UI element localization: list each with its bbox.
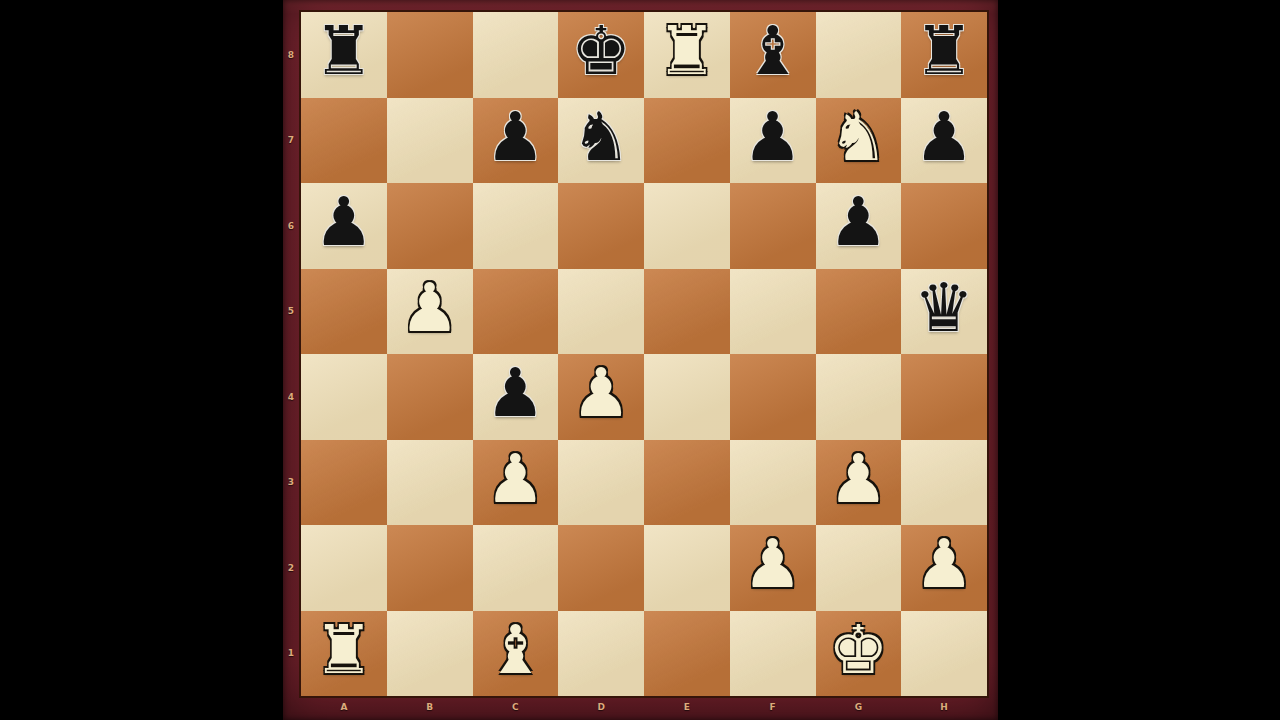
square-e5[interactable] — [644, 269, 730, 355]
square-b4[interactable] — [387, 354, 473, 440]
square-b6[interactable] — [387, 183, 473, 269]
square-c5[interactable] — [473, 269, 559, 355]
piece-white-pawn[interactable]: ♟ — [828, 446, 888, 513]
piece-white-pawn[interactable]: ♟ — [571, 360, 631, 427]
piece-black-pawn[interactable]: ♟ — [828, 189, 888, 256]
piece-black-rook[interactable]: ♜ — [914, 18, 974, 85]
chess-board[interactable]: ♜♚♜♝♜♟♞♟♞♟♟♟♟♛♟♟♟♟♟♟♜♝♚ — [299, 10, 989, 698]
square-a2[interactable] — [301, 525, 387, 611]
square-h4[interactable] — [901, 354, 987, 440]
square-d3[interactable] — [558, 440, 644, 526]
square-h6[interactable] — [901, 183, 987, 269]
square-a3[interactable] — [301, 440, 387, 526]
piece-black-pawn[interactable]: ♟ — [743, 104, 803, 171]
square-b5[interactable]: ♟ — [387, 269, 473, 355]
square-g4[interactable] — [816, 354, 902, 440]
piece-white-bishop[interactable]: ♝ — [485, 617, 545, 684]
file-label-e: E — [644, 696, 730, 718]
piece-white-rook[interactable]: ♜ — [314, 617, 374, 684]
square-c8[interactable] — [473, 12, 559, 98]
square-g5[interactable] — [816, 269, 902, 355]
square-g2[interactable] — [816, 525, 902, 611]
rank-label-5: 5 — [283, 269, 299, 355]
square-d8[interactable]: ♚ — [558, 12, 644, 98]
square-c6[interactable] — [473, 183, 559, 269]
piece-black-pawn[interactable]: ♟ — [314, 189, 374, 256]
square-f3[interactable] — [730, 440, 816, 526]
piece-black-rook[interactable]: ♜ — [314, 18, 374, 85]
square-c2[interactable] — [473, 525, 559, 611]
file-label-a: A — [301, 696, 387, 718]
square-a7[interactable] — [301, 98, 387, 184]
square-e2[interactable] — [644, 525, 730, 611]
square-d5[interactable] — [558, 269, 644, 355]
square-f4[interactable] — [730, 354, 816, 440]
rank-label-1: 1 — [283, 611, 299, 697]
square-d4[interactable]: ♟ — [558, 354, 644, 440]
square-f7[interactable]: ♟ — [730, 98, 816, 184]
file-label-f: F — [730, 696, 816, 718]
rank-label-6: 6 — [283, 183, 299, 269]
square-g7[interactable]: ♞ — [816, 98, 902, 184]
square-c7[interactable]: ♟ — [473, 98, 559, 184]
square-h5[interactable]: ♛ — [901, 269, 987, 355]
file-label-d: D — [558, 696, 644, 718]
file-label-g: G — [816, 696, 902, 718]
file-label-h: H — [901, 696, 987, 718]
square-f5[interactable] — [730, 269, 816, 355]
rank-labels: 87654321 — [283, 12, 299, 696]
square-g3[interactable]: ♟ — [816, 440, 902, 526]
rank-label-4: 4 — [283, 354, 299, 440]
piece-white-rook[interactable]: ♜ — [657, 18, 717, 85]
square-c4[interactable]: ♟ — [473, 354, 559, 440]
square-h2[interactable]: ♟ — [901, 525, 987, 611]
square-e7[interactable] — [644, 98, 730, 184]
square-f8[interactable]: ♝ — [730, 12, 816, 98]
square-d6[interactable] — [558, 183, 644, 269]
square-e8[interactable]: ♜ — [644, 12, 730, 98]
letterbox-left — [0, 0, 283, 720]
letterbox-right — [998, 0, 1280, 720]
square-d2[interactable] — [558, 525, 644, 611]
square-a4[interactable] — [301, 354, 387, 440]
square-a6[interactable]: ♟ — [301, 183, 387, 269]
square-b8[interactable] — [387, 12, 473, 98]
square-c1[interactable]: ♝ — [473, 611, 559, 697]
piece-black-pawn[interactable]: ♟ — [485, 360, 545, 427]
square-c3[interactable]: ♟ — [473, 440, 559, 526]
piece-white-pawn[interactable]: ♟ — [400, 275, 460, 342]
screenshot-stage: 87654321 ♜♚♜♝♜♟♞♟♞♟♟♟♟♛♟♟♟♟♟♟♜♝♚ ABCDEFG… — [0, 0, 1280, 720]
file-labels: ABCDEFGH — [301, 696, 987, 718]
piece-black-king[interactable]: ♚ — [571, 18, 631, 85]
piece-white-pawn[interactable]: ♟ — [743, 531, 803, 598]
piece-white-pawn[interactable]: ♟ — [485, 446, 545, 513]
rank-label-2: 2 — [283, 525, 299, 611]
piece-black-queen[interactable]: ♛ — [914, 275, 974, 342]
square-g1[interactable]: ♚ — [816, 611, 902, 697]
square-b7[interactable] — [387, 98, 473, 184]
square-d7[interactable]: ♞ — [558, 98, 644, 184]
square-h7[interactable]: ♟ — [901, 98, 987, 184]
piece-black-pawn[interactable]: ♟ — [914, 104, 974, 171]
square-b2[interactable] — [387, 525, 473, 611]
square-f1[interactable] — [730, 611, 816, 697]
square-f6[interactable] — [730, 183, 816, 269]
piece-white-pawn[interactable]: ♟ — [914, 531, 974, 598]
square-a8[interactable]: ♜ — [301, 12, 387, 98]
piece-white-knight[interactable]: ♞ — [828, 104, 888, 171]
file-label-b: B — [387, 696, 473, 718]
square-h8[interactable]: ♜ — [901, 12, 987, 98]
square-b1[interactable] — [387, 611, 473, 697]
square-e4[interactable] — [644, 354, 730, 440]
square-f2[interactable]: ♟ — [730, 525, 816, 611]
square-h3[interactable] — [901, 440, 987, 526]
piece-black-knight[interactable]: ♞ — [571, 104, 631, 171]
piece-white-king[interactable]: ♚ — [828, 617, 888, 684]
square-g6[interactable]: ♟ — [816, 183, 902, 269]
piece-black-pawn[interactable]: ♟ — [485, 104, 545, 171]
square-e3[interactable] — [644, 440, 730, 526]
square-g8[interactable] — [816, 12, 902, 98]
square-a5[interactable] — [301, 269, 387, 355]
rank-label-3: 3 — [283, 440, 299, 526]
piece-black-bishop[interactable]: ♝ — [743, 18, 803, 85]
rank-label-7: 7 — [283, 98, 299, 184]
square-d1[interactable] — [558, 611, 644, 697]
square-h1[interactable] — [901, 611, 987, 697]
square-e6[interactable] — [644, 183, 730, 269]
file-label-c: C — [473, 696, 559, 718]
square-e1[interactable] — [644, 611, 730, 697]
rank-label-8: 8 — [283, 12, 299, 98]
square-b3[interactable] — [387, 440, 473, 526]
square-a1[interactable]: ♜ — [301, 611, 387, 697]
